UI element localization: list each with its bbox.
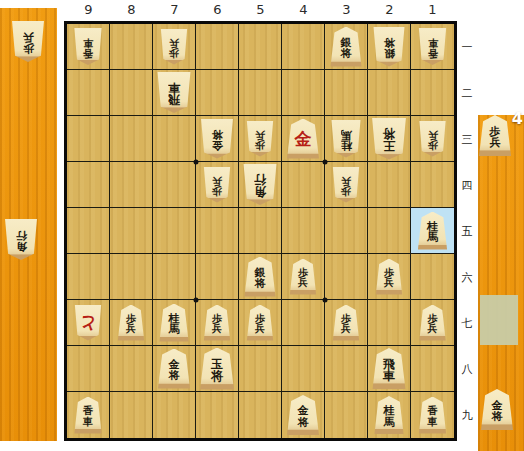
square-5b[interactable]	[239, 70, 282, 116]
square-9h[interactable]	[67, 346, 110, 392]
rank-label-c: 三	[459, 116, 475, 162]
piece-kanji: 飛車	[383, 355, 395, 382]
piece-gote-knight[interactable]: 桂馬	[331, 120, 362, 158]
square-4d[interactable]	[282, 162, 325, 208]
file-label-5: 5	[239, 2, 282, 19]
piece-gote-pawn[interactable]: 歩兵	[160, 29, 188, 65]
square-7g[interactable]: 桂馬	[153, 300, 196, 346]
square-3d[interactable]: 歩兵	[325, 162, 368, 208]
square-7h[interactable]: 金将	[153, 346, 196, 392]
piece-kanji: 歩兵	[384, 265, 394, 288]
star-point	[194, 160, 199, 165]
piece-gote-gold[interactable]: 金将	[200, 119, 234, 159]
piece-sente-pawn[interactable]: 歩兵	[419, 305, 447, 341]
piece-kanji: 香車	[83, 403, 93, 426]
piece-kanji: 歩兵	[255, 311, 265, 334]
piece-sente-pawn[interactable]: 歩兵	[332, 305, 360, 341]
square-1e[interactable]: 桂馬	[411, 208, 454, 254]
square-9c[interactable]	[67, 116, 110, 162]
square-4i[interactable]: 金将	[282, 392, 325, 438]
square-8c[interactable]	[110, 116, 153, 162]
piece-sente-pawn[interactable]: 歩兵	[478, 115, 512, 156]
piece-sente-pawn[interactable]: 歩兵	[117, 305, 145, 341]
square-8e[interactable]	[110, 208, 153, 254]
square-7b[interactable]: 飛車	[153, 70, 196, 116]
square-5d[interactable]: 角行	[239, 162, 282, 208]
shogi-board: 香車歩兵銀将銀将香車飛車金将歩兵金桂馬王将歩兵歩兵角行歩兵桂馬銀将歩兵歩兵と歩兵…	[67, 24, 454, 438]
piece-gote-pawn[interactable]: 歩兵	[246, 121, 274, 157]
file-labels: 987654321	[67, 2, 454, 19]
rank-label-d: 四	[459, 162, 475, 208]
square-6g[interactable]: 歩兵	[196, 300, 239, 346]
piece-kanji: 銀将	[255, 264, 266, 289]
square-2e[interactable]	[368, 208, 411, 254]
file-label-6: 6	[196, 2, 239, 19]
rank-label-b: 二	[459, 70, 475, 116]
board-frame: 香車歩兵銀将銀将香車飛車金将歩兵金桂馬王将歩兵歩兵角行歩兵桂馬銀将歩兵歩兵と歩兵…	[64, 21, 457, 441]
square-1d[interactable]	[411, 162, 454, 208]
piece-gote-pawn[interactable]: 歩兵	[419, 121, 447, 157]
piece-kanji: 歩兵	[428, 127, 438, 150]
piece-kanji: 歩兵	[490, 123, 501, 148]
square-6f[interactable]	[196, 254, 239, 300]
piece-kanji: 桂馬	[341, 126, 352, 151]
square-4e[interactable]	[282, 208, 325, 254]
star-point	[194, 298, 199, 303]
square-9f[interactable]	[67, 254, 110, 300]
square-5e[interactable]	[239, 208, 282, 254]
square-9i[interactable]: 香車	[67, 392, 110, 438]
piece-sente-gold[interactable]: 金将	[480, 389, 514, 430]
square-3f[interactable]	[325, 254, 368, 300]
piece-kanji: 歩兵	[341, 173, 351, 196]
piece-sente-pawn[interactable]: 歩兵	[246, 305, 274, 341]
rank-label-a: 一	[459, 24, 475, 70]
piece-kanji: 王将	[383, 125, 395, 152]
square-4g[interactable]	[282, 300, 325, 346]
square-7a[interactable]: 歩兵	[153, 24, 196, 70]
file-label-3: 3	[325, 2, 368, 19]
piece-sente-lance[interactable]: 香車	[418, 397, 447, 434]
square-3e[interactable]	[325, 208, 368, 254]
piece-kanji: 歩兵	[23, 29, 34, 54]
rank-label-f: 六	[459, 254, 475, 300]
square-9a[interactable]: 香車	[67, 24, 110, 70]
square-8f[interactable]	[110, 254, 153, 300]
piece-kanji: 金将	[298, 402, 309, 427]
piece-kanji: 歩兵	[169, 35, 179, 58]
piece-sente-rook[interactable]: 飛車	[372, 348, 407, 389]
square-2d[interactable]	[368, 162, 411, 208]
square-7d[interactable]	[153, 162, 196, 208]
square-3i[interactable]	[325, 392, 368, 438]
piece-kanji: 歩兵	[212, 173, 222, 196]
square-4f[interactable]: 歩兵	[282, 254, 325, 300]
square-6e[interactable]	[196, 208, 239, 254]
piece-kanji: と	[79, 312, 96, 332]
square-2b[interactable]	[368, 70, 411, 116]
piece-sente-gold[interactable]: 金将	[157, 349, 191, 389]
piece-sente-knight[interactable]: 桂馬	[417, 212, 448, 250]
square-7e[interactable]	[153, 208, 196, 254]
square-2c[interactable]: 王将	[368, 116, 411, 162]
square-5f[interactable]: 銀将	[239, 254, 282, 300]
hand-count-badge: 4	[512, 109, 523, 128]
star-point	[323, 298, 328, 303]
hand-piece-gote-pawn[interactable]: 歩兵	[11, 21, 45, 62]
square-6b[interactable]	[196, 70, 239, 116]
file-label-9: 9	[67, 2, 110, 19]
piece-kanji: 歩兵	[126, 311, 136, 334]
piece-kanji: 金将	[212, 126, 223, 151]
piece-gote-silver[interactable]: 銀将	[373, 27, 406, 67]
piece-kanji: 香車	[428, 35, 438, 58]
file-label-7: 7	[153, 2, 196, 19]
piece-kanji: 桂馬	[384, 402, 395, 427]
piece-kanji: 歩兵	[255, 127, 265, 150]
piece-gote-pawn[interactable]: 歩兵	[203, 167, 231, 203]
piece-sente-lance[interactable]: 香車	[74, 397, 103, 434]
square-7f[interactable]	[153, 254, 196, 300]
piece-kanji: 歩兵	[212, 311, 222, 334]
square-1h[interactable]	[411, 346, 454, 392]
square-3a[interactable]: 銀将	[325, 24, 368, 70]
square-5a[interactable]	[239, 24, 282, 70]
square-1i[interactable]: 香車	[411, 392, 454, 438]
square-9d[interactable]	[67, 162, 110, 208]
square-5i[interactable]	[239, 392, 282, 438]
piece-kanji: 金将	[169, 356, 180, 381]
square-8b[interactable]	[110, 70, 153, 116]
square-1a[interactable]: 香車	[411, 24, 454, 70]
square-8g[interactable]: 歩兵	[110, 300, 153, 346]
square-9e[interactable]	[67, 208, 110, 254]
piece-kanji: 銀将	[341, 34, 352, 59]
sente-hand-stand: 金将歩兵4	[478, 115, 524, 451]
square-2a[interactable]: 銀将	[368, 24, 411, 70]
square-6c[interactable]: 金将	[196, 116, 239, 162]
piece-kanji: 香車	[83, 35, 93, 58]
piece-kanji: 歩兵	[428, 311, 438, 334]
square-2g[interactable]	[368, 300, 411, 346]
square-4b[interactable]	[282, 70, 325, 116]
piece-gote-bishop[interactable]: 角行	[4, 219, 38, 260]
square-7i[interactable]	[153, 392, 196, 438]
rank-label-e: 五	[459, 208, 475, 254]
square-5g[interactable]: 歩兵	[239, 300, 282, 346]
piece-gote-tokin[interactable]: と	[74, 305, 102, 341]
square-3b[interactable]	[325, 70, 368, 116]
square-6d[interactable]: 歩兵	[196, 162, 239, 208]
piece-kanji: 香車	[428, 403, 438, 426]
piece-kanji: 角行	[254, 171, 266, 198]
piece-gote-pawn[interactable]: 歩兵	[11, 21, 45, 62]
rank-label-h: 八	[459, 346, 475, 392]
piece-kanji: 歩兵	[298, 265, 308, 288]
file-label-4: 4	[282, 2, 325, 19]
square-1c[interactable]: 歩兵	[411, 116, 454, 162]
square-6h[interactable]: 玉将	[196, 346, 239, 392]
piece-kanji: 桂馬	[427, 218, 438, 243]
star-point	[323, 160, 328, 165]
square-4h[interactable]	[282, 346, 325, 392]
piece-sente-promoted-silver[interactable]: 金	[286, 119, 320, 159]
piece-kanji: 桂馬	[169, 310, 180, 335]
square-8a[interactable]	[110, 24, 153, 70]
square-8d[interactable]	[110, 162, 153, 208]
square-1g[interactable]: 歩兵	[411, 300, 454, 346]
rank-label-i: 九	[459, 392, 475, 438]
piece-sente-pawn[interactable]: 歩兵	[375, 259, 403, 295]
square-9b[interactable]	[67, 70, 110, 116]
square-6a[interactable]	[196, 24, 239, 70]
rank-labels: 一二三四五六七八九	[459, 24, 475, 438]
piece-kanji: 角行	[16, 227, 27, 252]
piece-kanji: 金	[295, 128, 312, 148]
piece-sente-pawn[interactable]: 歩兵	[289, 259, 317, 295]
gote-hand-stand: 歩兵角行	[0, 8, 57, 441]
piece-sente-silver[interactable]: 銀将	[244, 257, 277, 297]
square-6i[interactable]	[196, 392, 239, 438]
file-label-2: 2	[368, 2, 411, 19]
square-2f[interactable]: 歩兵	[368, 254, 411, 300]
square-8h[interactable]	[110, 346, 153, 392]
piece-gote-lance[interactable]: 香車	[418, 28, 447, 65]
piece-kanji: 玉将	[211, 355, 223, 382]
piece-sente-gold[interactable]: 金将	[286, 395, 320, 435]
piece-kanji: 銀将	[384, 34, 395, 59]
piece-gote-lance[interactable]: 香車	[74, 28, 103, 65]
piece-gote-rook[interactable]: 飛車	[157, 72, 192, 113]
square-2i[interactable]: 桂馬	[368, 392, 411, 438]
file-label-1: 1	[411, 2, 454, 19]
piece-gote-king[interactable]: 王将	[371, 118, 407, 160]
square-8i[interactable]	[110, 392, 153, 438]
piece-sente-pawn[interactable]: 歩兵	[203, 305, 231, 341]
square-9g[interactable]: と	[67, 300, 110, 346]
piece-sente-king[interactable]: 玉将	[199, 348, 235, 390]
piece-kanji: 金将	[492, 397, 503, 422]
file-label-8: 8	[110, 2, 153, 19]
piece-sente-silver[interactable]: 銀将	[330, 27, 363, 67]
rank-label-g: 七	[459, 300, 475, 346]
empty-slot-tile	[480, 295, 518, 345]
square-3g[interactable]: 歩兵	[325, 300, 368, 346]
piece-kanji: 歩兵	[341, 311, 351, 334]
square-7c[interactable]	[153, 116, 196, 162]
hand-piece-sente-pawn[interactable]: 歩兵4	[478, 115, 512, 156]
square-3h[interactable]	[325, 346, 368, 392]
piece-sente-knight[interactable]: 桂馬	[374, 396, 405, 434]
piece-gote-pawn[interactable]: 歩兵	[332, 167, 360, 203]
piece-kanji: 飛車	[168, 79, 180, 106]
square-5c[interactable]: 歩兵	[239, 116, 282, 162]
piece-sente-knight[interactable]: 桂馬	[159, 304, 190, 342]
square-3c[interactable]: 桂馬	[325, 116, 368, 162]
hand-piece-gote-bishop[interactable]: 角行	[4, 219, 38, 260]
square-4c[interactable]: 金	[282, 116, 325, 162]
piece-gote-bishop[interactable]: 角行	[243, 164, 278, 205]
square-1b[interactable]	[411, 70, 454, 116]
square-5h[interactable]	[239, 346, 282, 392]
square-1f[interactable]	[411, 254, 454, 300]
square-4a[interactable]	[282, 24, 325, 70]
hand-piece-sente-gold[interactable]: 金将	[480, 389, 514, 430]
square-2h[interactable]: 飛車	[368, 346, 411, 392]
